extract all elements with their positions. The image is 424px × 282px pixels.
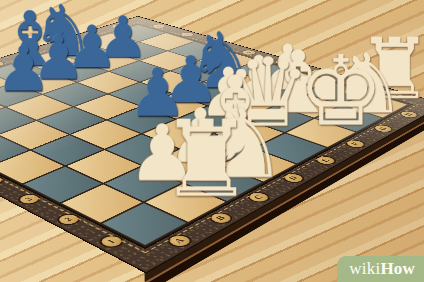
wikihow-how-text: How xyxy=(380,259,415,279)
wikihow-wiki-text: wiki xyxy=(349,259,380,279)
wikihow-watermark: wikiHow xyxy=(337,256,424,282)
photo-canvas: ABCDEFGH ABCDEFGH 87654321 87654321 ♚♛♝♞… xyxy=(0,0,424,282)
scene: ABCDEFGH ABCDEFGH 87654321 87654321 ♚♛♝♞… xyxy=(0,0,424,282)
